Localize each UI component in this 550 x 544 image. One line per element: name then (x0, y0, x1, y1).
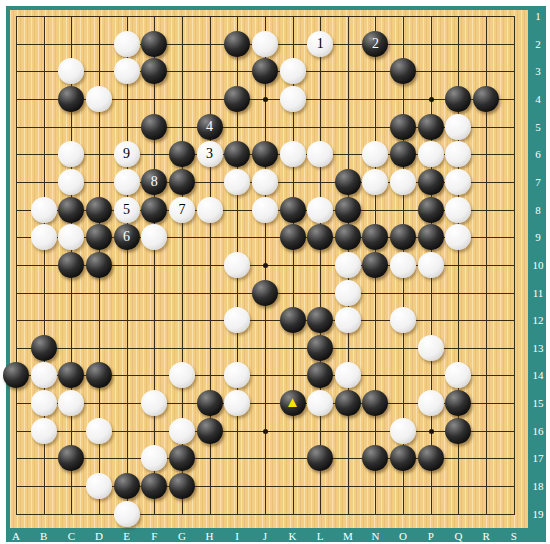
black-stone (224, 141, 250, 167)
column-label: P (420, 530, 442, 542)
white-stone (114, 31, 140, 57)
white-stone (445, 114, 471, 140)
white-stone (280, 141, 306, 167)
white-stone (224, 252, 250, 278)
black-stone (141, 197, 167, 223)
black-stone (445, 418, 471, 444)
row-label: 13 (529, 342, 547, 354)
white-stone (31, 224, 57, 250)
column-label: D (88, 530, 110, 542)
white-stone (390, 169, 416, 195)
black-stone (307, 335, 333, 361)
black-stone (169, 141, 195, 167)
grid-line-vertical (320, 16, 321, 515)
grid-line-vertical (514, 16, 515, 515)
white-stone (390, 307, 416, 333)
white-stone (445, 224, 471, 250)
white-stone (307, 141, 333, 167)
column-label: C (60, 530, 82, 542)
black-stone (390, 445, 416, 471)
black-stone (418, 169, 444, 195)
white-stone (224, 362, 250, 388)
black-stone (418, 445, 444, 471)
row-label: 3 (529, 65, 547, 77)
row-label: 12 (529, 314, 547, 326)
white-stone (58, 169, 84, 195)
black-stone (58, 86, 84, 112)
move-number: 7 (178, 203, 185, 217)
white-stone (141, 445, 167, 471)
column-label: H (199, 530, 221, 542)
black-stone (390, 58, 416, 84)
white-stone (280, 58, 306, 84)
white-stone (169, 362, 195, 388)
white-stone (31, 197, 57, 223)
row-label: 9 (529, 231, 547, 243)
black-stone: 2 (362, 31, 388, 57)
white-stone (31, 390, 57, 416)
move-number: 6 (123, 230, 130, 244)
black-stone (280, 197, 306, 223)
row-label: 14 (529, 369, 547, 381)
triangle-marker: ▲ (285, 395, 300, 410)
white-stone (169, 418, 195, 444)
white-stone (335, 252, 361, 278)
move-number: 4 (206, 120, 213, 134)
black-stone (169, 473, 195, 499)
white-stone (362, 169, 388, 195)
column-label: B (33, 530, 55, 542)
white-stone (86, 86, 112, 112)
black-stone: 6 (114, 224, 140, 250)
star-point (429, 97, 434, 102)
white-stone (390, 418, 416, 444)
white-stone (445, 197, 471, 223)
black-stone (362, 445, 388, 471)
black-stone (86, 224, 112, 250)
white-stone (445, 362, 471, 388)
black-stone (335, 197, 361, 223)
black-stone (418, 224, 444, 250)
column-label: R (475, 530, 497, 542)
white-stone (280, 86, 306, 112)
black-stone (390, 114, 416, 140)
black-stone (445, 390, 471, 416)
black-stone (86, 252, 112, 278)
row-label: 15 (529, 397, 547, 409)
star-point (263, 429, 268, 434)
white-stone (418, 390, 444, 416)
star-point (263, 263, 268, 268)
black-stone (335, 224, 361, 250)
star-point (429, 429, 434, 434)
white-stone (58, 224, 84, 250)
row-label: 4 (529, 93, 547, 105)
white-stone (418, 252, 444, 278)
move-number: 2 (372, 37, 379, 51)
black-stone (335, 169, 361, 195)
row-label: 1 (529, 10, 547, 22)
white-stone (252, 197, 278, 223)
move-number: 5 (123, 203, 130, 217)
white-stone (197, 197, 223, 223)
white-stone (418, 335, 444, 361)
black-stone: 4 (197, 114, 223, 140)
white-stone (224, 169, 250, 195)
row-label: 11 (529, 287, 547, 299)
move-number: 3 (206, 147, 213, 161)
black-stone (307, 307, 333, 333)
row-label: 16 (529, 425, 547, 437)
grid-line-horizontal (16, 514, 515, 515)
column-label: J (254, 530, 276, 542)
white-stone (31, 418, 57, 444)
black-stone (58, 445, 84, 471)
grid-line-horizontal (16, 320, 515, 321)
black-stone (114, 473, 140, 499)
column-label: N (364, 530, 386, 542)
white-stone: 5 (114, 197, 140, 223)
column-label: Q (447, 530, 469, 542)
column-label: K (282, 530, 304, 542)
row-label: 2 (529, 38, 547, 50)
move-number: 1 (317, 37, 324, 51)
black-stone (418, 197, 444, 223)
black-stone (86, 197, 112, 223)
white-stone (362, 141, 388, 167)
black-stone (86, 362, 112, 388)
move-number: 9 (123, 147, 130, 161)
black-stone (141, 58, 167, 84)
black-stone (224, 86, 250, 112)
black-stone (197, 418, 223, 444)
board-overlay: 124938576▲ABCDEFGHIJKLMNOPQRS12345678910… (0, 0, 550, 544)
black-stone: ▲ (280, 390, 306, 416)
row-label: 5 (529, 121, 547, 133)
white-stone (390, 252, 416, 278)
white-stone (58, 390, 84, 416)
black-stone (280, 307, 306, 333)
black-stone (445, 86, 471, 112)
black-stone (307, 224, 333, 250)
black-stone (390, 224, 416, 250)
white-stone (335, 307, 361, 333)
white-stone (86, 473, 112, 499)
black-stone (31, 335, 57, 361)
column-label: I (226, 530, 248, 542)
row-label: 18 (529, 480, 547, 492)
black-stone (390, 141, 416, 167)
black-stone (252, 58, 278, 84)
column-label: E (116, 530, 138, 542)
white-stone (445, 141, 471, 167)
black-stone (224, 31, 250, 57)
black-stone (418, 114, 444, 140)
go-diagram: 124938576▲ABCDEFGHIJKLMNOPQRS12345678910… (0, 0, 550, 544)
row-label: 8 (529, 204, 547, 216)
white-stone (31, 362, 57, 388)
white-stone (224, 390, 250, 416)
white-stone: 1 (307, 31, 333, 57)
black-stone (335, 390, 361, 416)
white-stone (141, 224, 167, 250)
black-stone (473, 86, 499, 112)
white-stone (58, 58, 84, 84)
row-label: 6 (529, 148, 547, 160)
column-label: L (309, 530, 331, 542)
black-stone (58, 197, 84, 223)
white-stone (141, 390, 167, 416)
white-stone (307, 390, 333, 416)
black-stone: 8 (141, 169, 167, 195)
white-stone (114, 501, 140, 527)
column-label: G (171, 530, 193, 542)
column-label: F (143, 530, 165, 542)
black-stone (362, 224, 388, 250)
white-stone (86, 418, 112, 444)
white-stone: 9 (114, 141, 140, 167)
black-stone (58, 362, 84, 388)
black-stone (280, 224, 306, 250)
black-stone (362, 390, 388, 416)
white-stone (58, 141, 84, 167)
black-stone (307, 362, 333, 388)
black-stone (141, 31, 167, 57)
black-stone (58, 252, 84, 278)
black-stone (141, 114, 167, 140)
black-stone (362, 252, 388, 278)
row-label: 17 (529, 452, 547, 464)
column-label: O (392, 530, 414, 542)
black-stone (169, 169, 195, 195)
white-stone: 3 (197, 141, 223, 167)
row-label: 19 (529, 508, 547, 520)
white-stone (224, 307, 250, 333)
black-stone (252, 141, 278, 167)
black-stone (169, 445, 195, 471)
black-stone (307, 445, 333, 471)
white-stone (445, 169, 471, 195)
white-stone (114, 169, 140, 195)
black-stone (3, 362, 29, 388)
white-stone (335, 280, 361, 306)
star-point (263, 97, 268, 102)
white-stone (114, 58, 140, 84)
black-stone (252, 280, 278, 306)
move-number: 8 (151, 175, 158, 189)
white-stone: 7 (169, 197, 195, 223)
white-stone (335, 362, 361, 388)
white-stone (418, 141, 444, 167)
column-label: S (503, 530, 525, 542)
white-stone (252, 169, 278, 195)
white-stone (252, 31, 278, 57)
white-stone (307, 197, 333, 223)
column-label: A (5, 530, 27, 542)
black-stone (141, 473, 167, 499)
row-label: 7 (529, 176, 547, 188)
column-label: M (337, 530, 359, 542)
row-label: 10 (529, 259, 547, 271)
black-stone (197, 390, 223, 416)
